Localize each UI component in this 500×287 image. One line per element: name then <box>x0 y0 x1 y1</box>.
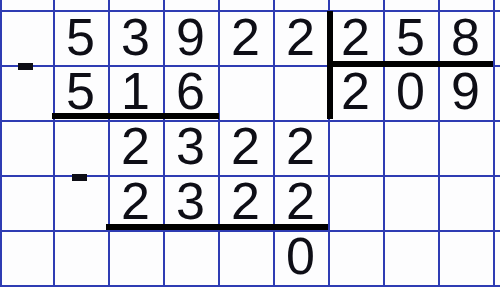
digit-cell: 2 <box>328 11 383 65</box>
digit-cell: 5 <box>53 11 108 65</box>
digit-cell: 0 <box>383 65 438 120</box>
digit-cell: 0 <box>273 230 328 285</box>
digit-cell: 6 <box>163 65 218 120</box>
digit-cell: 5 <box>53 65 108 120</box>
digit-cell: 9 <box>163 11 218 65</box>
squared-paper-worksheet: 5 3 9 2 2 2 5 8 5 1 6 2 0 9 2 3 2 2 2 3 … <box>0 0 500 287</box>
digit-cell: 3 <box>163 120 218 175</box>
digit-cell: 2 <box>273 120 328 175</box>
digit-cell: 3 <box>163 175 218 230</box>
digit-cell: 2 <box>218 175 273 230</box>
digit-cell: 1 <box>108 65 163 120</box>
digit-cell: 2 <box>108 120 163 175</box>
minus-sign-first-subtraction <box>18 63 33 70</box>
digit-cell: 2 <box>218 11 273 65</box>
grid-left-edge-line <box>0 0 2 287</box>
digit-cell: 8 <box>438 11 493 65</box>
digit-cell: 2 <box>108 175 163 230</box>
digit-cell: 5 <box>383 11 438 65</box>
digit-cell: 2 <box>218 120 273 175</box>
digit-cell: 9 <box>438 65 493 120</box>
digit-cell: 2 <box>273 11 328 65</box>
digit-cell: 2 <box>328 65 383 120</box>
digit-cell: 2 <box>273 175 328 230</box>
digit-cell: 3 <box>108 11 163 65</box>
minus-sign-second-subtraction <box>72 174 87 181</box>
